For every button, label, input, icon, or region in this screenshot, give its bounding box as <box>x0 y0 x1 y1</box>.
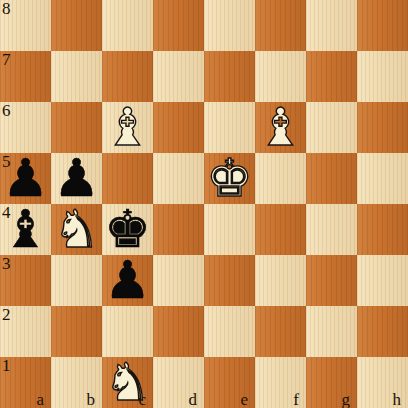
square-f3[interactable] <box>255 255 306 306</box>
square-g2[interactable] <box>306 306 357 357</box>
square-g6[interactable] <box>306 102 357 153</box>
file-label-h: h <box>393 391 402 408</box>
black-pawn-piece[interactable]: ♟ <box>2 153 49 204</box>
black-pawn-piece[interactable]: ♟ <box>53 153 100 204</box>
file-label-e: e <box>240 391 248 408</box>
square-a4[interactable]: 4♝ <box>0 204 51 255</box>
square-e7[interactable] <box>204 51 255 102</box>
square-e8[interactable] <box>204 0 255 51</box>
square-d4[interactable] <box>153 204 204 255</box>
square-g4[interactable] <box>306 204 357 255</box>
square-d8[interactable] <box>153 0 204 51</box>
square-e4[interactable] <box>204 204 255 255</box>
square-h7[interactable] <box>357 51 408 102</box>
square-c3[interactable]: ♟ <box>102 255 153 306</box>
square-a2[interactable]: 2 <box>0 306 51 357</box>
square-e3[interactable] <box>204 255 255 306</box>
square-e5[interactable]: ♚ <box>204 153 255 204</box>
square-c2[interactable] <box>102 306 153 357</box>
rank-label-2: 2 <box>2 305 11 325</box>
square-d2[interactable] <box>153 306 204 357</box>
square-h5[interactable] <box>357 153 408 204</box>
black-pawn-piece[interactable]: ♟ <box>104 255 151 306</box>
square-b5[interactable]: ♟ <box>51 153 102 204</box>
square-g7[interactable] <box>306 51 357 102</box>
white-bishop-piece[interactable]: ♝ <box>104 102 151 153</box>
square-a6[interactable]: 6 <box>0 102 51 153</box>
rank-label-7: 7 <box>2 50 11 70</box>
black-bishop-piece[interactable]: ♝ <box>2 204 49 255</box>
square-h6[interactable] <box>357 102 408 153</box>
square-c7[interactable] <box>102 51 153 102</box>
white-knight-piece[interactable]: ♞ <box>53 204 100 255</box>
square-a1[interactable]: 1a <box>0 357 51 408</box>
square-f8[interactable] <box>255 0 306 51</box>
white-king-piece[interactable]: ♚ <box>206 153 253 204</box>
square-f1[interactable]: f <box>255 357 306 408</box>
square-d7[interactable] <box>153 51 204 102</box>
file-label-b: b <box>87 391 96 408</box>
square-b3[interactable] <box>51 255 102 306</box>
white-knight-piece[interactable]: ♞ <box>104 357 151 408</box>
square-e1[interactable]: e <box>204 357 255 408</box>
square-f7[interactable] <box>255 51 306 102</box>
black-king-piece[interactable]: ♚ <box>104 204 151 255</box>
file-label-f: f <box>293 391 299 408</box>
square-f5[interactable] <box>255 153 306 204</box>
file-label-d: d <box>189 391 198 408</box>
square-h4[interactable] <box>357 204 408 255</box>
file-label-a: a <box>36 391 44 408</box>
rank-label-8: 8 <box>2 0 11 19</box>
square-g5[interactable] <box>306 153 357 204</box>
square-f6[interactable]: ♝ <box>255 102 306 153</box>
rank-label-6: 6 <box>2 101 11 121</box>
square-b1[interactable]: b <box>51 357 102 408</box>
chess-board: 876♝♝5♟♟♚4♝♞♚3♟21abc♞defgh <box>0 0 408 408</box>
square-f4[interactable] <box>255 204 306 255</box>
rank-label-1: 1 <box>2 356 11 376</box>
square-a3[interactable]: 3 <box>0 255 51 306</box>
square-d5[interactable] <box>153 153 204 204</box>
square-c1[interactable]: c♞ <box>102 357 153 408</box>
square-c8[interactable] <box>102 0 153 51</box>
square-g1[interactable]: g <box>306 357 357 408</box>
square-a8[interactable]: 8 <box>0 0 51 51</box>
square-e6[interactable] <box>204 102 255 153</box>
square-d1[interactable]: d <box>153 357 204 408</box>
square-b7[interactable] <box>51 51 102 102</box>
square-g8[interactable] <box>306 0 357 51</box>
square-b6[interactable] <box>51 102 102 153</box>
square-a7[interactable]: 7 <box>0 51 51 102</box>
white-bishop-piece[interactable]: ♝ <box>257 102 304 153</box>
square-b8[interactable] <box>51 0 102 51</box>
square-g3[interactable] <box>306 255 357 306</box>
square-c4[interactable]: ♚ <box>102 204 153 255</box>
square-e2[interactable] <box>204 306 255 357</box>
square-h8[interactable] <box>357 0 408 51</box>
square-f2[interactable] <box>255 306 306 357</box>
square-a5[interactable]: 5♟ <box>0 153 51 204</box>
square-d6[interactable] <box>153 102 204 153</box>
square-b4[interactable]: ♞ <box>51 204 102 255</box>
square-h3[interactable] <box>357 255 408 306</box>
square-c5[interactable] <box>102 153 153 204</box>
square-c6[interactable]: ♝ <box>102 102 153 153</box>
file-label-g: g <box>342 391 351 408</box>
square-b2[interactable] <box>51 306 102 357</box>
square-h1[interactable]: h <box>357 357 408 408</box>
square-h2[interactable] <box>357 306 408 357</box>
square-d3[interactable] <box>153 255 204 306</box>
